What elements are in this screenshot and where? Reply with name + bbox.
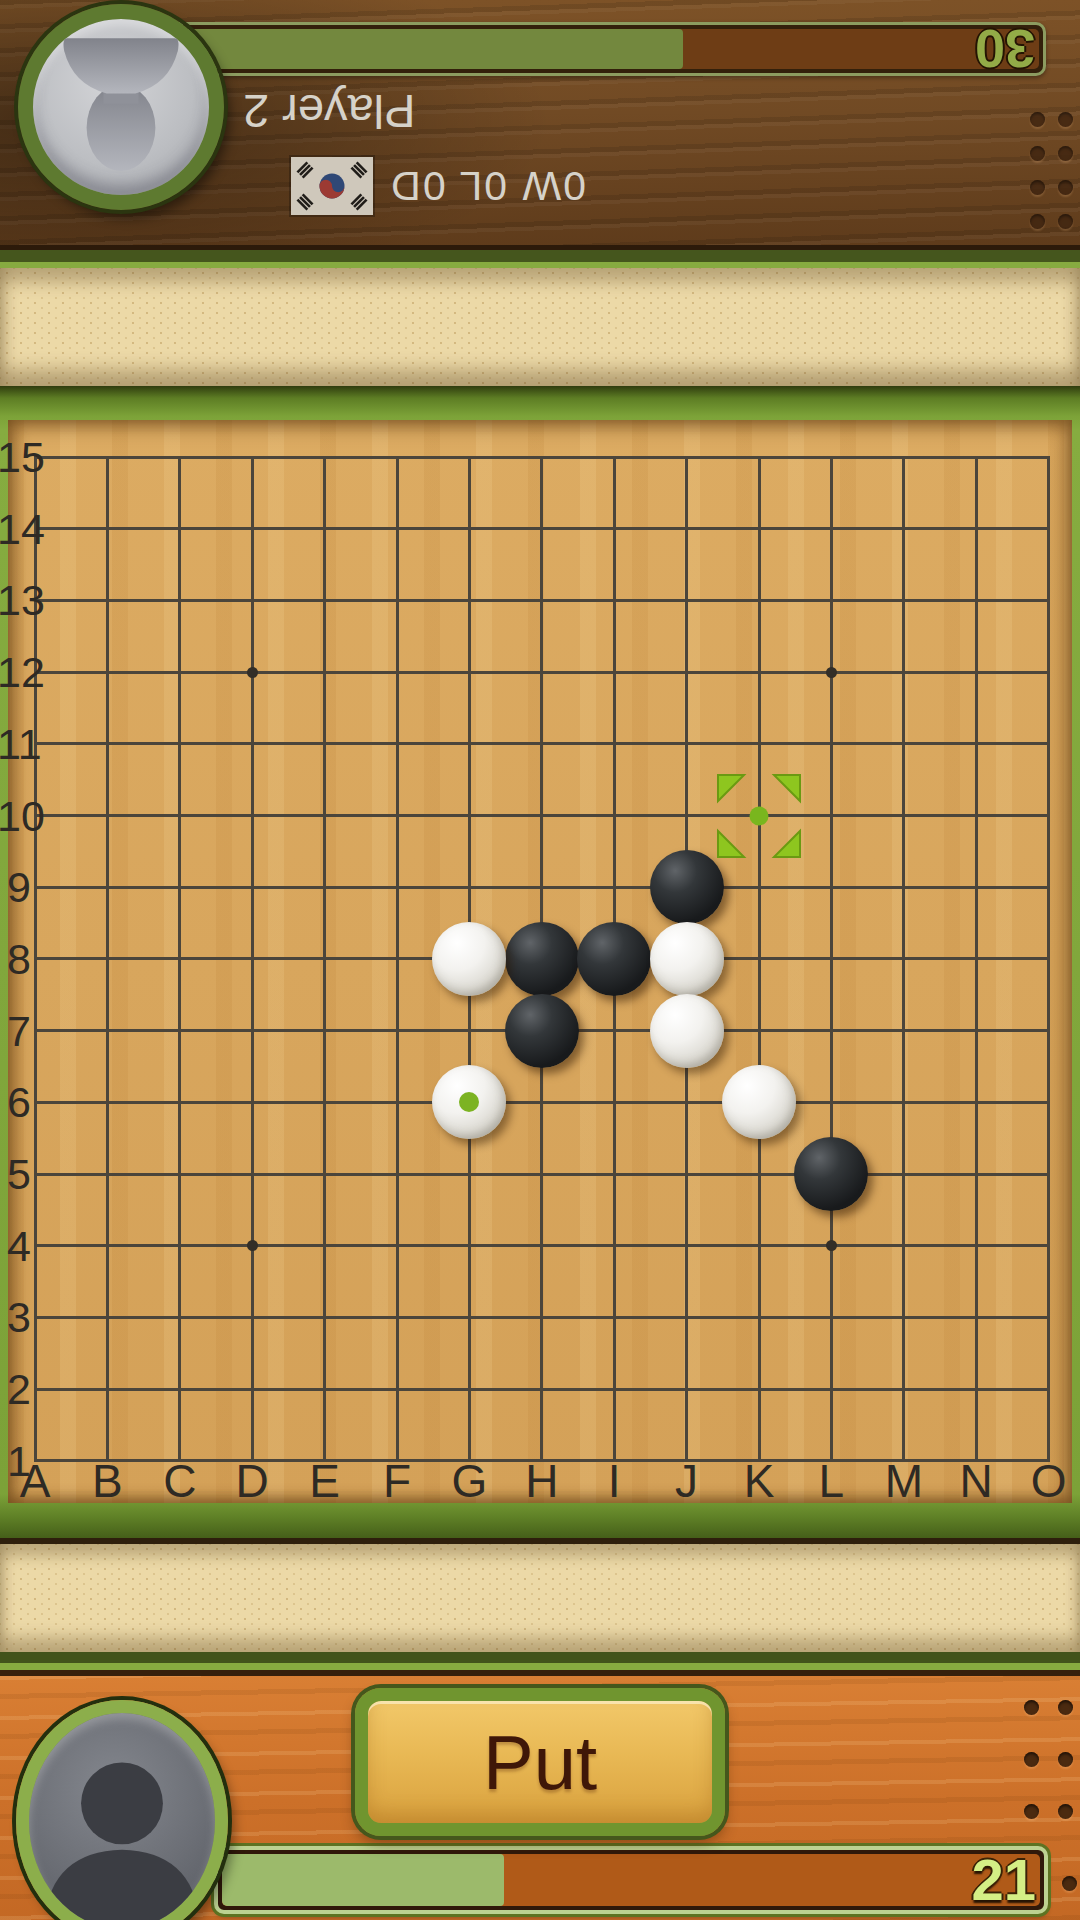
column-label: M — [882, 1456, 926, 1506]
column-label: B — [85, 1456, 129, 1506]
column-label: N — [954, 1456, 998, 1506]
screw-dot-icon — [1058, 112, 1073, 127]
player-timer-fill — [222, 1854, 504, 1906]
stone-white-k6 — [722, 1065, 796, 1139]
screw-dot-icon — [1058, 146, 1073, 161]
opponent-timer: 30 — [163, 22, 1046, 76]
column-label: E — [303, 1456, 347, 1506]
row-label: 13 — [0, 573, 41, 627]
column-label: G — [447, 1456, 491, 1506]
screw-dot-icon — [1058, 1700, 1073, 1715]
column-label: J — [665, 1456, 709, 1506]
star-point — [826, 667, 837, 678]
bottom-divider — [0, 1652, 1080, 1670]
grid-line-horizontal — [34, 1388, 1051, 1391]
stone-black-i8 — [577, 922, 651, 996]
opponent-record: 0W 0L 0D — [389, 163, 586, 210]
row-label: 6 — [0, 1075, 41, 1129]
grid-line-vertical — [1047, 456, 1050, 1463]
screw-dot-icon — [1024, 1804, 1039, 1819]
player-timer-track — [222, 1854, 1040, 1906]
person-silhouette-avatar-icon — [29, 1713, 215, 1920]
row-label: 8 — [0, 932, 41, 986]
row-label: 1 — [0, 1434, 41, 1488]
grid-line-horizontal — [34, 1101, 1051, 1104]
row-label: 9 — [0, 860, 41, 914]
stone-black-l5 — [794, 1137, 868, 1211]
row-label: 2 — [0, 1362, 41, 1416]
south-korea-flag-icon — [291, 157, 373, 215]
dotted-strip-bottom — [0, 1544, 1080, 1652]
stone-white-j7 — [650, 994, 724, 1068]
star-point — [826, 1240, 837, 1251]
star-point — [247, 1240, 258, 1251]
row-label: 3 — [0, 1290, 41, 1344]
screw-dot-icon — [1058, 214, 1073, 229]
row-label: 4 — [0, 1219, 41, 1273]
stone-black-h7 — [505, 994, 579, 1068]
player-timer: 21 — [214, 1846, 1048, 1914]
screw-dot-icon — [1058, 1804, 1073, 1819]
placement-cursor-icon — [717, 774, 801, 858]
opponent-name: Player 2 — [243, 84, 415, 139]
top-divider — [0, 250, 1080, 268]
star-point — [247, 667, 258, 678]
screw-dot-icon — [1024, 1700, 1039, 1715]
row-label: 14 — [0, 502, 41, 556]
grid-line-horizontal — [34, 1173, 1051, 1176]
row-label: 7 — [0, 1004, 41, 1058]
screw-dot-icon — [1030, 214, 1045, 229]
screw-dot-icon — [1030, 112, 1045, 127]
gomoku-game-screen: 30 Player 2 0W 0L 0D — [0, 0, 1080, 1920]
board-panel: ABCDEFGHIJKLMNO151413121110987654321 — [0, 386, 1080, 1538]
dotted-strip-top — [0, 268, 1080, 386]
screw-dot-icon — [1058, 180, 1073, 195]
grid-line-horizontal — [34, 1244, 1051, 1247]
screw-dot-icon — [1024, 1752, 1039, 1767]
column-label: F — [375, 1456, 419, 1506]
grid-line-vertical — [830, 456, 833, 1463]
column-label: K — [737, 1456, 781, 1506]
row-label: 15 — [0, 430, 41, 484]
stone-black-h8 — [505, 922, 579, 996]
board-wood[interactable]: ABCDEFGHIJKLMNO151413121110987654321 — [8, 420, 1072, 1503]
column-label: I — [592, 1456, 636, 1506]
opponent-timer-fill — [170, 29, 683, 69]
column-label: H — [520, 1456, 564, 1506]
row-label: 12 — [0, 645, 41, 699]
screw-dot-icon — [1058, 1752, 1073, 1767]
column-label: O — [1027, 1456, 1071, 1506]
stone-white-j8 — [650, 922, 724, 996]
column-label: C — [158, 1456, 202, 1506]
row-label: 11 — [0, 717, 41, 771]
opponent-avatar — [18, 4, 224, 210]
opponent-timer-track — [170, 29, 1039, 69]
stone-white-g8 — [432, 922, 506, 996]
opponent-timer-seconds: 30 — [975, 22, 1035, 76]
grid-line-vertical — [975, 456, 978, 1463]
stone-white-g6 — [432, 1065, 506, 1139]
stone-black-j9 — [650, 850, 724, 924]
column-label: D — [230, 1456, 274, 1506]
grid-line-vertical — [758, 456, 761, 1463]
screw-dot-icon — [1030, 146, 1045, 161]
row-label: 5 — [0, 1147, 41, 1201]
grid-line-horizontal — [34, 1316, 1051, 1319]
opponent-record-row: 0W 0L 0D — [246, 154, 586, 218]
grid-line-vertical — [902, 456, 905, 1463]
opponent-panel: 30 Player 2 0W 0L 0D — [0, 0, 1080, 250]
row-label: 10 — [0, 789, 41, 843]
last-move-marker — [459, 1092, 479, 1112]
put-button[interactable]: Put — [355, 1688, 725, 1836]
column-label: L — [809, 1456, 853, 1506]
screw-dot-icon — [1030, 180, 1045, 195]
player-timer-seconds: 21 — [971, 1851, 1036, 1909]
game-piece-avatar-icon — [41, 27, 201, 187]
screw-dot-icon — [1062, 1876, 1077, 1891]
